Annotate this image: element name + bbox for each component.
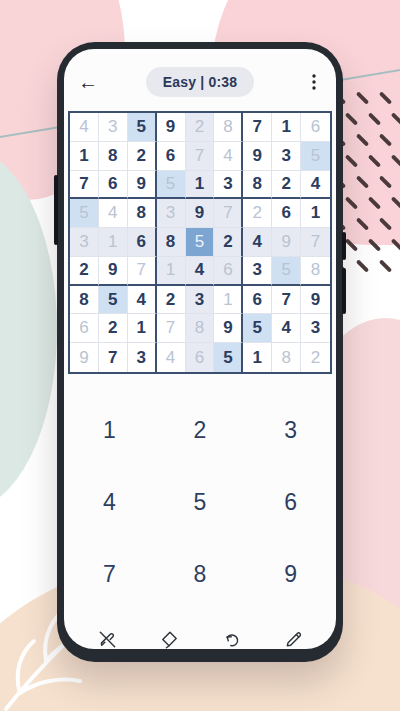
cell-digit: 6	[136, 232, 145, 252]
power-button	[342, 268, 346, 314]
cell-digit: 4	[311, 174, 320, 194]
app-screen: ← Easy | 0:38 43592871618267493576951382…	[64, 49, 336, 649]
cell-r9c3[interactable]: 3	[128, 343, 157, 372]
cell-r3c3[interactable]: 9	[128, 171, 157, 200]
cell-digit: 8	[136, 203, 145, 223]
bg-blob-teal-left	[0, 148, 57, 510]
cell-r7c1[interactable]: 8	[70, 286, 99, 315]
cell-digit: 7	[281, 290, 290, 310]
cell-digit: 5	[136, 117, 145, 137]
cell-digit: 5	[195, 232, 204, 252]
cell-digit: 4	[166, 348, 175, 368]
cell-r8c6[interactable]: 9	[214, 314, 243, 343]
cell-r5c8[interactable]: 9	[272, 228, 301, 257]
notes-off-button[interactable]	[93, 625, 122, 650]
cell-r9c8[interactable]: 8	[272, 343, 301, 372]
cell-digit: 1	[108, 232, 117, 252]
cell-r6c6[interactable]: 6	[214, 257, 243, 286]
cell-digit: 8	[195, 318, 204, 338]
cell-digit: 5	[79, 203, 88, 223]
cell-digit: 7	[195, 146, 204, 166]
cell-digit: 1	[136, 318, 145, 338]
cell-r6c8[interactable]: 5	[272, 257, 301, 286]
numpad-7[interactable]: 7	[89, 555, 130, 594]
cell-digit: 3	[136, 348, 145, 368]
cell-digit: 3	[253, 260, 262, 280]
cell-digit: 3	[79, 232, 88, 252]
cell-digit: 3	[281, 146, 290, 166]
cell-digit: 2	[281, 174, 290, 194]
numpad-6[interactable]: 6	[270, 483, 311, 522]
cell-digit: 4	[281, 318, 290, 338]
cell-r9c5[interactable]: 6	[186, 343, 215, 372]
cell-r2c5[interactable]: 7	[186, 142, 215, 171]
cell-r8c7[interactable]: 5	[243, 314, 272, 343]
numpad-8[interactable]: 8	[180, 555, 221, 594]
cell-r5c4[interactable]: 8	[157, 228, 186, 257]
toolbar	[64, 610, 336, 649]
cell-r6c2[interactable]: 9	[99, 257, 128, 286]
cell-digit: 6	[253, 290, 262, 310]
pencil-button[interactable]	[279, 625, 308, 650]
cell-digit: 1	[223, 290, 232, 310]
cell-digit: 9	[195, 203, 204, 223]
cell-r6c3[interactable]: 7	[128, 257, 157, 286]
cell-digit: 1	[166, 260, 175, 280]
cell-r8c2[interactable]: 2	[99, 314, 128, 343]
cell-digit: 2	[195, 117, 204, 137]
cell-r4c4[interactable]: 3	[157, 199, 186, 228]
cell-digit: 6	[166, 146, 175, 166]
cell-digit: 1	[79, 146, 88, 166]
cell-digit: 4	[79, 117, 88, 137]
cell-r1c2[interactable]: 3	[99, 113, 128, 142]
cell-r2c1[interactable]: 1	[70, 142, 99, 171]
cell-digit: 5	[311, 146, 320, 166]
cell-r3c8[interactable]: 2	[272, 171, 301, 200]
cell-r8c8[interactable]: 4	[272, 314, 301, 343]
cell-digit: 2	[223, 232, 232, 252]
cell-digit: 2	[136, 146, 145, 166]
volume-button	[54, 175, 58, 245]
cell-r2c7[interactable]: 9	[243, 142, 272, 171]
cell-digit: 4	[195, 260, 204, 280]
cell-digit: 2	[166, 290, 175, 310]
cell-digit: 5	[281, 260, 290, 280]
cell-r4c6[interactable]: 7	[214, 199, 243, 228]
cell-digit: 6	[195, 348, 204, 368]
cell-digit: 1	[311, 203, 320, 223]
cell-r1c7[interactable]: 7	[243, 113, 272, 142]
eraser-icon	[159, 629, 180, 650]
cell-digit: 8	[281, 348, 290, 368]
cell-digit: 3	[108, 117, 117, 137]
cell-r4c7[interactable]: 2	[243, 199, 272, 228]
cell-r7c4[interactable]: 2	[157, 286, 186, 315]
cell-r8c5[interactable]: 8	[186, 314, 215, 343]
cell-digit: 6	[311, 117, 320, 137]
cell-r3c6[interactable]: 3	[214, 171, 243, 200]
cell-digit: 5	[223, 348, 232, 368]
cell-r1c1[interactable]: 4	[70, 113, 99, 142]
undo-button[interactable]	[217, 625, 246, 650]
numpad-4[interactable]: 4	[89, 483, 130, 522]
cell-digit: 9	[281, 232, 290, 252]
cell-r2c3[interactable]: 2	[128, 142, 157, 171]
cell-digit: 5	[108, 290, 117, 310]
cell-digit: 2	[79, 260, 88, 280]
numpad: 123456789	[64, 374, 336, 610]
cell-r1c4[interactable]: 9	[157, 113, 186, 142]
cell-r9c9[interactable]: 2	[301, 343, 330, 372]
cell-r3c4[interactable]: 5	[157, 171, 186, 200]
cell-digit: 4	[223, 146, 232, 166]
cell-r5c6[interactable]: 2	[214, 228, 243, 257]
numpad-5[interactable]: 5	[180, 483, 221, 522]
cell-digit: 3	[195, 290, 204, 310]
cell-digit: 7	[311, 232, 320, 252]
cell-digit: 7	[223, 203, 232, 223]
cell-r2c9[interactable]: 5	[301, 142, 330, 171]
cell-r8c9[interactable]: 3	[301, 314, 330, 343]
kebab-icon	[306, 73, 322, 91]
cell-r4c3[interactable]: 8	[128, 199, 157, 228]
cell-r2c4[interactable]: 6	[157, 142, 186, 171]
cell-digit: 4	[136, 290, 145, 310]
cell-digit: 6	[281, 203, 290, 223]
cell-r2c2[interactable]: 8	[99, 142, 128, 171]
numpad-1[interactable]: 1	[89, 411, 130, 450]
cell-r4c8[interactable]: 6	[272, 199, 301, 228]
cell-digit: 9	[136, 174, 145, 194]
cell-r1c8[interactable]: 1	[272, 113, 301, 142]
cell-digit: 7	[253, 117, 262, 137]
cell-r6c9[interactable]: 8	[301, 257, 330, 286]
cell-r4c5[interactable]: 9	[186, 199, 215, 228]
cell-digit: 4	[253, 232, 262, 252]
numpad-9[interactable]: 9	[270, 555, 311, 594]
cell-digit: 9	[311, 290, 320, 310]
cell-r7c9[interactable]: 9	[301, 286, 330, 315]
cell-digit: 8	[166, 232, 175, 252]
cell-r5c7[interactable]: 4	[243, 228, 272, 257]
back-button[interactable]: ←	[78, 72, 104, 92]
cell-r1c6[interactable]: 8	[214, 113, 243, 142]
cell-r9c6[interactable]: 5	[214, 343, 243, 372]
cell-r1c9[interactable]: 6	[301, 113, 330, 142]
cell-digit: 9	[166, 117, 175, 137]
numpad-3[interactable]: 3	[270, 411, 311, 450]
cell-digit: 4	[108, 203, 117, 223]
cell-digit: 6	[223, 260, 232, 280]
cell-r4c9[interactable]: 1	[301, 199, 330, 228]
cell-digit: 1	[195, 174, 204, 194]
cell-r2c8[interactable]: 3	[272, 142, 301, 171]
cell-r9c1[interactable]: 9	[70, 343, 99, 372]
cell-digit: 7	[166, 318, 175, 338]
cell-r4c1[interactable]: 5	[70, 199, 99, 228]
cell-r5c3[interactable]: 6	[128, 228, 157, 257]
side-button-top	[342, 232, 346, 260]
cell-digit: 9	[253, 146, 262, 166]
cell-digit: 9	[108, 260, 117, 280]
cell-digit: 8	[253, 174, 262, 194]
cell-r6c1[interactable]: 2	[70, 257, 99, 286]
cell-digit: 3	[223, 174, 232, 194]
cell-digit: 8	[108, 146, 117, 166]
cell-r2c6[interactable]: 4	[214, 142, 243, 171]
cell-r3c7[interactable]: 8	[243, 171, 272, 200]
cell-r5c1[interactable]: 3	[70, 228, 99, 257]
cell-r1c3[interactable]: 5	[128, 113, 157, 142]
cell-digit: 3	[311, 318, 320, 338]
eraser-button[interactable]	[155, 625, 184, 650]
cell-r3c2[interactable]: 6	[99, 171, 128, 200]
cell-r7c8[interactable]: 7	[272, 286, 301, 315]
cell-digit: 8	[223, 117, 232, 137]
numpad-2[interactable]: 2	[180, 411, 221, 450]
cell-r5c2[interactable]: 1	[99, 228, 128, 257]
cell-digit: 1	[281, 117, 290, 137]
cell-r5c9[interactable]: 7	[301, 228, 330, 257]
cell-r8c3[interactable]: 1	[128, 314, 157, 343]
pencil-off-icon	[97, 629, 118, 650]
cell-r9c2[interactable]: 7	[99, 343, 128, 372]
cell-digit: 2	[311, 348, 320, 368]
cell-r7c2[interactable]: 5	[99, 286, 128, 315]
cell-r9c7[interactable]: 1	[243, 343, 272, 372]
cell-digit: 9	[223, 318, 232, 338]
cell-r8c4[interactable]: 7	[157, 314, 186, 343]
cell-digit: 7	[136, 260, 145, 280]
menu-button[interactable]	[296, 73, 322, 91]
cell-r7c7[interactable]: 6	[243, 286, 272, 315]
pencil-icon	[283, 629, 304, 650]
cell-r7c6[interactable]: 1	[214, 286, 243, 315]
cell-r3c1[interactable]: 7	[70, 171, 99, 200]
cell-r1c5[interactable]: 2	[186, 113, 215, 142]
cell-digit: 2	[108, 318, 117, 338]
cell-digit: 5	[253, 318, 262, 338]
phone-frame: ← Easy | 0:38 43592871618267493576951382…	[57, 42, 343, 662]
cell-digit: 6	[79, 318, 88, 338]
difficulty-timer-label: Easy | 0:38	[146, 67, 255, 97]
cell-digit: 8	[311, 260, 320, 280]
cell-digit: 7	[108, 348, 117, 368]
cell-digit: 5	[166, 174, 175, 194]
cell-r8c1[interactable]: 6	[70, 314, 99, 343]
cell-digit: 8	[79, 290, 88, 310]
cell-digit: 6	[108, 174, 117, 194]
cell-r3c9[interactable]: 4	[301, 171, 330, 200]
sudoku-grid: 4359287161826749357695138245483972613168…	[68, 111, 332, 374]
cell-r7c3[interactable]: 4	[128, 286, 157, 315]
cell-digit: 9	[79, 348, 88, 368]
cell-digit: 7	[79, 174, 88, 194]
cell-r3c5[interactable]: 1	[186, 171, 215, 200]
cell-r6c7[interactable]: 3	[243, 257, 272, 286]
cell-digit: 3	[166, 203, 175, 223]
cell-r6c4[interactable]: 1	[157, 257, 186, 286]
cell-r9c4[interactable]: 4	[157, 343, 186, 372]
app-header: ← Easy | 0:38	[64, 49, 336, 107]
cell-r4c2[interactable]: 4	[99, 199, 128, 228]
cell-digit: 1	[253, 348, 262, 368]
cell-r5c5[interactable]: 5	[186, 228, 215, 257]
cell-digit: 2	[253, 203, 262, 223]
cell-r6c5[interactable]: 4	[186, 257, 215, 286]
undo-icon	[221, 629, 242, 650]
cell-r7c5[interactable]: 3	[186, 286, 215, 315]
